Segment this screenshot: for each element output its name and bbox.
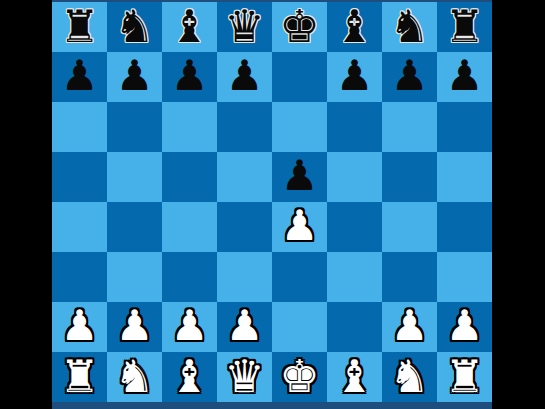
square-c6[interactable] bbox=[162, 102, 217, 152]
black-pawn-icon: ♟ bbox=[116, 55, 154, 97]
white-king-icon: ♚ bbox=[279, 354, 319, 399]
square-a2[interactable]: ♟ bbox=[52, 302, 107, 352]
white-bishop-icon: ♝ bbox=[334, 354, 374, 399]
square-e6[interactable] bbox=[272, 102, 327, 152]
white-pawn-icon: ♟ bbox=[61, 305, 99, 347]
black-king-icon: ♚ bbox=[279, 4, 319, 49]
square-a8[interactable]: ♜ bbox=[52, 2, 107, 52]
square-a1[interactable]: ♜ bbox=[52, 352, 107, 402]
square-d5[interactable] bbox=[217, 152, 272, 202]
white-queen-icon: ♛ bbox=[224, 354, 264, 399]
black-pawn-icon: ♟ bbox=[391, 55, 429, 97]
square-g4[interactable] bbox=[382, 202, 437, 252]
square-a3[interactable] bbox=[52, 252, 107, 302]
white-rook-icon: ♜ bbox=[444, 354, 484, 399]
white-pawn-icon: ♟ bbox=[446, 305, 484, 347]
square-f1[interactable]: ♝ bbox=[327, 352, 382, 402]
square-e1[interactable]: ♚ bbox=[272, 352, 327, 402]
square-h5[interactable] bbox=[437, 152, 492, 202]
letterbox-right bbox=[492, 0, 545, 409]
white-bishop-icon: ♝ bbox=[169, 354, 209, 399]
black-knight-icon: ♞ bbox=[114, 4, 154, 49]
square-d3[interactable] bbox=[217, 252, 272, 302]
black-knight-icon: ♞ bbox=[389, 4, 429, 49]
square-f5[interactable] bbox=[327, 152, 382, 202]
square-h8[interactable]: ♜ bbox=[437, 2, 492, 52]
square-g2[interactable]: ♟ bbox=[382, 302, 437, 352]
square-g8[interactable]: ♞ bbox=[382, 2, 437, 52]
square-e8[interactable]: ♚ bbox=[272, 2, 327, 52]
black-pawn-icon: ♟ bbox=[226, 55, 264, 97]
white-rook-icon: ♜ bbox=[59, 354, 99, 399]
letterbox-left bbox=[0, 0, 52, 409]
black-pawn-icon: ♟ bbox=[281, 155, 319, 197]
square-c1[interactable]: ♝ bbox=[162, 352, 217, 402]
square-e2[interactable] bbox=[272, 302, 327, 352]
square-d6[interactable] bbox=[217, 102, 272, 152]
square-d1[interactable]: ♛ bbox=[217, 352, 272, 402]
square-a7[interactable]: ♟ bbox=[52, 52, 107, 102]
video-frame: ♜♞♝♛♚♝♞♜♟♟♟♟♟♟♟♟♟♟♟♟♟♟♟♜♞♝♛♚♝♞♜ bbox=[0, 0, 545, 409]
square-g6[interactable] bbox=[382, 102, 437, 152]
square-f8[interactable]: ♝ bbox=[327, 2, 382, 52]
square-e5[interactable]: ♟ bbox=[272, 152, 327, 202]
square-h6[interactable] bbox=[437, 102, 492, 152]
square-d2[interactable]: ♟ bbox=[217, 302, 272, 352]
square-e3[interactable] bbox=[272, 252, 327, 302]
square-a6[interactable] bbox=[52, 102, 107, 152]
black-pawn-icon: ♟ bbox=[336, 55, 374, 97]
black-bishop-icon: ♝ bbox=[169, 4, 209, 49]
square-b5[interactable] bbox=[107, 152, 162, 202]
black-rook-icon: ♜ bbox=[444, 4, 484, 49]
square-c4[interactable] bbox=[162, 202, 217, 252]
square-d4[interactable] bbox=[217, 202, 272, 252]
square-c3[interactable] bbox=[162, 252, 217, 302]
white-pawn-icon: ♟ bbox=[116, 305, 154, 347]
square-c5[interactable] bbox=[162, 152, 217, 202]
white-pawn-icon: ♟ bbox=[171, 305, 209, 347]
square-c7[interactable]: ♟ bbox=[162, 52, 217, 102]
square-e7[interactable] bbox=[272, 52, 327, 102]
square-f7[interactable]: ♟ bbox=[327, 52, 382, 102]
square-g5[interactable] bbox=[382, 152, 437, 202]
black-rook-icon: ♜ bbox=[59, 4, 99, 49]
square-b1[interactable]: ♞ bbox=[107, 352, 162, 402]
black-pawn-icon: ♟ bbox=[446, 55, 484, 97]
square-d7[interactable]: ♟ bbox=[217, 52, 272, 102]
square-h1[interactable]: ♜ bbox=[437, 352, 492, 402]
black-pawn-icon: ♟ bbox=[171, 55, 209, 97]
square-a4[interactable] bbox=[52, 202, 107, 252]
black-bishop-icon: ♝ bbox=[334, 4, 374, 49]
square-b6[interactable] bbox=[107, 102, 162, 152]
square-h4[interactable] bbox=[437, 202, 492, 252]
square-h3[interactable] bbox=[437, 252, 492, 302]
square-c8[interactable]: ♝ bbox=[162, 2, 217, 52]
square-b8[interactable]: ♞ bbox=[107, 2, 162, 52]
square-h2[interactable]: ♟ bbox=[437, 302, 492, 352]
square-a5[interactable] bbox=[52, 152, 107, 202]
square-b4[interactable] bbox=[107, 202, 162, 252]
square-e4[interactable]: ♟ bbox=[272, 202, 327, 252]
black-queen-icon: ♛ bbox=[224, 4, 264, 49]
square-f3[interactable] bbox=[327, 252, 382, 302]
white-knight-icon: ♞ bbox=[389, 354, 429, 399]
square-c2[interactable]: ♟ bbox=[162, 302, 217, 352]
square-g3[interactable] bbox=[382, 252, 437, 302]
square-b7[interactable]: ♟ bbox=[107, 52, 162, 102]
square-h7[interactable]: ♟ bbox=[437, 52, 492, 102]
square-d8[interactable]: ♛ bbox=[217, 2, 272, 52]
square-g7[interactable]: ♟ bbox=[382, 52, 437, 102]
square-f6[interactable] bbox=[327, 102, 382, 152]
square-f2[interactable] bbox=[327, 302, 382, 352]
square-f4[interactable] bbox=[327, 202, 382, 252]
chess-board[interactable]: ♜♞♝♛♚♝♞♜♟♟♟♟♟♟♟♟♟♟♟♟♟♟♟♜♞♝♛♚♝♞♜ bbox=[52, 0, 492, 409]
white-knight-icon: ♞ bbox=[114, 354, 154, 399]
white-pawn-icon: ♟ bbox=[226, 305, 264, 347]
white-pawn-icon: ♟ bbox=[281, 205, 319, 247]
black-pawn-icon: ♟ bbox=[61, 55, 99, 97]
square-b2[interactable]: ♟ bbox=[107, 302, 162, 352]
square-b3[interactable] bbox=[107, 252, 162, 302]
white-pawn-icon: ♟ bbox=[391, 305, 429, 347]
square-g1[interactable]: ♞ bbox=[382, 352, 437, 402]
